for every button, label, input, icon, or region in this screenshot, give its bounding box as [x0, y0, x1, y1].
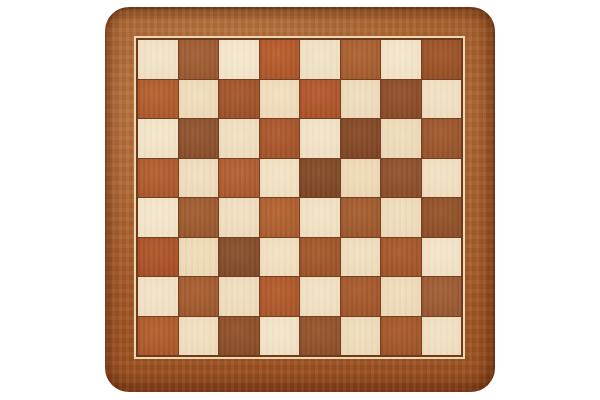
square-a7[interactable] [138, 80, 178, 119]
square-d5[interactable] [260, 159, 300, 198]
square-e1[interactable] [300, 317, 340, 356]
square-g8[interactable] [381, 40, 421, 79]
square-h7[interactable] [422, 80, 462, 119]
square-b8[interactable] [179, 40, 219, 79]
square-g4[interactable] [381, 198, 421, 237]
square-h4[interactable] [422, 198, 462, 237]
square-h1[interactable] [422, 317, 462, 356]
chess-board [105, 7, 495, 392]
square-d7[interactable] [260, 80, 300, 119]
square-b3[interactable] [179, 238, 219, 277]
square-d8[interactable] [260, 40, 300, 79]
square-g5[interactable] [381, 159, 421, 198]
square-c8[interactable] [219, 40, 259, 79]
square-d4[interactable] [260, 198, 300, 237]
square-g6[interactable] [381, 119, 421, 158]
square-d3[interactable] [260, 238, 300, 277]
board-grid [138, 40, 461, 355]
square-a8[interactable] [138, 40, 178, 79]
square-b1[interactable] [179, 317, 219, 356]
square-e7[interactable] [300, 80, 340, 119]
square-h5[interactable] [422, 159, 462, 198]
square-a3[interactable] [138, 238, 178, 277]
square-f6[interactable] [341, 119, 381, 158]
square-c2[interactable] [219, 277, 259, 316]
square-b6[interactable] [179, 119, 219, 158]
square-f5[interactable] [341, 159, 381, 198]
square-h3[interactable] [422, 238, 462, 277]
photo-background [0, 0, 600, 400]
square-a1[interactable] [138, 317, 178, 356]
square-c4[interactable] [219, 198, 259, 237]
square-e3[interactable] [300, 238, 340, 277]
square-a5[interactable] [138, 159, 178, 198]
square-f3[interactable] [341, 238, 381, 277]
square-g2[interactable] [381, 277, 421, 316]
square-c6[interactable] [219, 119, 259, 158]
square-d1[interactable] [260, 317, 300, 356]
square-f2[interactable] [341, 277, 381, 316]
square-g3[interactable] [381, 238, 421, 277]
square-c1[interactable] [219, 317, 259, 356]
square-b4[interactable] [179, 198, 219, 237]
square-e6[interactable] [300, 119, 340, 158]
square-a2[interactable] [138, 277, 178, 316]
square-e4[interactable] [300, 198, 340, 237]
square-c7[interactable] [219, 80, 259, 119]
square-f7[interactable] [341, 80, 381, 119]
square-h8[interactable] [422, 40, 462, 79]
square-a4[interactable] [138, 198, 178, 237]
square-b7[interactable] [179, 80, 219, 119]
square-b5[interactable] [179, 159, 219, 198]
square-h6[interactable] [422, 119, 462, 158]
square-b2[interactable] [179, 277, 219, 316]
square-d6[interactable] [260, 119, 300, 158]
square-g7[interactable] [381, 80, 421, 119]
square-e8[interactable] [300, 40, 340, 79]
square-g1[interactable] [381, 317, 421, 356]
square-d2[interactable] [260, 277, 300, 316]
square-a6[interactable] [138, 119, 178, 158]
inlay-border [134, 36, 465, 359]
square-f4[interactable] [341, 198, 381, 237]
square-f1[interactable] [341, 317, 381, 356]
square-e2[interactable] [300, 277, 340, 316]
square-c5[interactable] [219, 159, 259, 198]
square-f8[interactable] [341, 40, 381, 79]
square-e5[interactable] [300, 159, 340, 198]
square-h2[interactable] [422, 277, 462, 316]
square-c3[interactable] [219, 238, 259, 277]
